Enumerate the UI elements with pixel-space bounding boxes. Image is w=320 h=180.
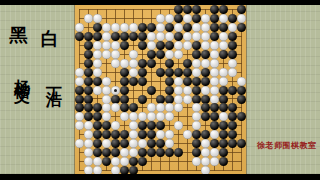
white-stone — [183, 86, 192, 95]
black-stone — [147, 23, 156, 32]
white-stone — [174, 23, 183, 32]
black-stone — [192, 77, 201, 86]
black-stone — [93, 23, 102, 32]
black-stone — [210, 14, 219, 23]
black-stone — [183, 59, 192, 68]
white-stone — [102, 77, 111, 86]
white-stone — [84, 14, 93, 23]
white-label: 白 — [41, 30, 59, 48]
white-player-name: 丁浩 — [43, 74, 64, 82]
white-stone — [93, 50, 102, 59]
watermark-text: 徐老师围棋教室 — [257, 140, 317, 151]
black-label: 黑 — [9, 26, 27, 44]
black-stone — [237, 5, 246, 14]
black-stone — [183, 23, 192, 32]
white-stone — [201, 14, 210, 23]
black-stone — [210, 5, 219, 14]
black-stone — [201, 68, 210, 77]
black-stone — [138, 95, 147, 104]
black-stone — [75, 32, 84, 41]
white-stone — [120, 59, 129, 68]
white-stone — [201, 41, 210, 50]
black-stone — [147, 86, 156, 95]
white-stone — [192, 23, 201, 32]
white-stone — [102, 32, 111, 41]
black-stone — [84, 41, 93, 50]
white-stone — [201, 32, 210, 41]
white-stone — [156, 23, 165, 32]
white-stone — [111, 50, 120, 59]
white-stone — [102, 23, 111, 32]
black-stone — [201, 95, 210, 104]
white-stone — [210, 95, 219, 104]
black-stone — [192, 41, 201, 50]
black-stone — [174, 5, 183, 14]
white-stone — [120, 23, 129, 32]
black-stone — [165, 59, 174, 68]
white-stone — [174, 41, 183, 50]
black-stone — [228, 41, 237, 50]
white-stone — [210, 41, 219, 50]
black-stone — [228, 32, 237, 41]
black-stone — [111, 95, 120, 104]
white-stone — [219, 32, 228, 41]
black-stone — [138, 68, 147, 77]
white-stone — [183, 41, 192, 50]
white-stone — [210, 68, 219, 77]
black-stone — [93, 32, 102, 41]
white-stone — [165, 14, 174, 23]
white-stone — [75, 23, 84, 32]
black-stone — [165, 86, 174, 95]
black-stone — [237, 23, 246, 32]
black-stone — [174, 14, 183, 23]
white-stone — [183, 14, 192, 23]
white-stone — [228, 68, 237, 77]
black-stone — [201, 77, 210, 86]
black-stone — [174, 68, 183, 77]
white-stone — [219, 41, 228, 50]
last-move-marker — [114, 89, 117, 92]
black-stone — [84, 95, 93, 104]
black-stone — [192, 50, 201, 59]
black-stone — [210, 23, 219, 32]
black-stone — [183, 77, 192, 86]
white-stone — [165, 32, 174, 41]
white-stone — [210, 77, 219, 86]
white-stone — [174, 95, 183, 104]
black-stone — [120, 95, 129, 104]
black-stone — [237, 139, 246, 148]
white-stone — [201, 86, 210, 95]
black-stone — [192, 86, 201, 95]
white-stone — [219, 14, 228, 23]
video-frame: 黑 白 杨楷文 丁浩 徐老师围棋教室 — [0, 0, 320, 180]
white-stone — [102, 95, 111, 104]
black-stone — [219, 50, 228, 59]
white-stone — [210, 50, 219, 59]
black-stone — [174, 32, 183, 41]
black-stone — [165, 41, 174, 50]
black-stone — [219, 5, 228, 14]
black-stone — [183, 68, 192, 77]
black-stone — [75, 95, 84, 104]
white-stone — [165, 50, 174, 59]
white-stone — [156, 32, 165, 41]
black-stone — [84, 77, 93, 86]
white-stone — [201, 23, 210, 32]
black-stone — [156, 50, 165, 59]
black-stone — [237, 112, 246, 121]
black-stone — [192, 5, 201, 14]
white-stone — [228, 23, 237, 32]
black-stone — [165, 95, 174, 104]
go-board[interactable] — [75, 5, 246, 174]
black-stone — [120, 41, 129, 50]
black-stone — [156, 95, 165, 104]
black-stone — [138, 59, 147, 68]
black-stone — [138, 32, 147, 41]
white-stone — [237, 14, 246, 23]
black-stone — [165, 68, 174, 77]
white-stone — [93, 14, 102, 23]
black-stone — [138, 41, 147, 50]
black-stone — [147, 59, 156, 68]
black-stone — [192, 14, 201, 23]
white-stone — [192, 32, 201, 41]
white-stone — [183, 32, 192, 41]
white-stone — [111, 59, 120, 68]
white-stone — [93, 86, 102, 95]
black-stone — [84, 86, 93, 95]
white-stone — [93, 59, 102, 68]
black-stone — [138, 77, 147, 86]
white-stone — [111, 41, 120, 50]
black-stone — [93, 77, 102, 86]
white-stone — [102, 86, 111, 95]
white-stone — [111, 23, 120, 32]
black-stone — [219, 95, 228, 104]
black-stone — [165, 77, 174, 86]
white-stone — [174, 77, 183, 86]
black-stone — [219, 86, 228, 95]
black-stone — [138, 23, 147, 32]
white-stone — [210, 59, 219, 68]
white-stone — [219, 68, 228, 77]
black-stone — [165, 23, 174, 32]
white-stone — [147, 41, 156, 50]
black-stone — [84, 59, 93, 68]
black-stone — [111, 32, 120, 41]
letterbox-top — [0, 0, 320, 5]
black-stone — [75, 86, 84, 95]
white-stone — [228, 59, 237, 68]
black-stone — [84, 68, 93, 77]
white-stone — [102, 50, 111, 59]
black-stone — [237, 95, 246, 104]
black-stone — [120, 68, 129, 77]
black-stone — [237, 86, 246, 95]
white-stone — [129, 68, 138, 77]
black-stone — [120, 32, 129, 41]
black-stone — [228, 50, 237, 59]
black-stone — [129, 77, 138, 86]
white-stone — [102, 41, 111, 50]
white-stone — [219, 77, 228, 86]
white-stone — [156, 14, 165, 23]
black-stone — [120, 86, 129, 95]
black-stone — [210, 32, 219, 41]
black-stone — [84, 50, 93, 59]
black-stone — [192, 95, 201, 104]
white-stone — [129, 50, 138, 59]
white-stone — [183, 95, 192, 104]
white-stone — [192, 59, 201, 68]
white-stone — [93, 68, 102, 77]
black-stone — [147, 50, 156, 59]
black-stone — [84, 32, 93, 41]
letterbox-bottom — [0, 174, 320, 180]
white-stone — [93, 41, 102, 50]
black-stone — [183, 5, 192, 14]
black-stone — [219, 23, 228, 32]
black-stone — [129, 32, 138, 41]
white-stone — [192, 68, 201, 77]
black-stone — [228, 86, 237, 95]
white-stone — [111, 86, 120, 95]
white-stone — [174, 86, 183, 95]
black-stone — [156, 68, 165, 77]
white-stone — [129, 23, 138, 32]
black-stone — [120, 77, 129, 86]
white-stone — [147, 32, 156, 41]
black-stone — [156, 41, 165, 50]
white-stone — [210, 86, 219, 95]
white-stone — [201, 59, 210, 68]
white-stone — [174, 50, 183, 59]
black-player-name: 杨楷文 — [11, 66, 32, 78]
white-stone — [129, 59, 138, 68]
white-stone — [75, 68, 84, 77]
white-stone — [237, 77, 246, 86]
black-stone — [228, 14, 237, 23]
white-stone — [75, 77, 84, 86]
black-stone — [201, 50, 210, 59]
